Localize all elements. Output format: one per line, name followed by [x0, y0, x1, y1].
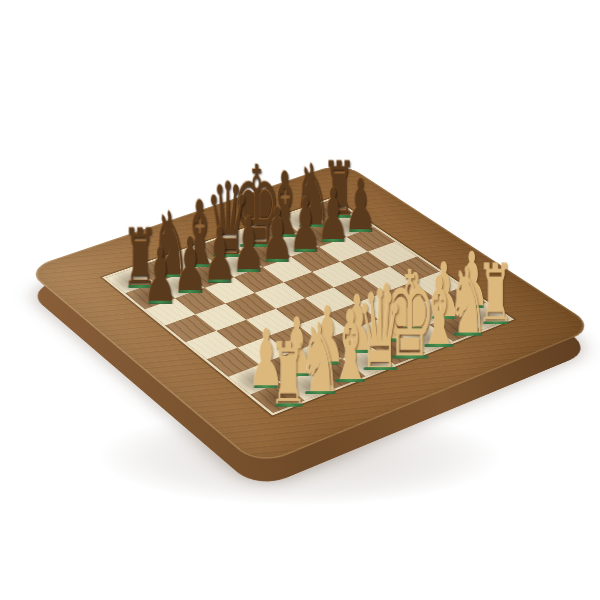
chess-set-photo: ♜♞♝♛♚♝♞♜♟♟♟♟♟♟♟♟♟♟♟♟♟♟♟♟♜♞♝♛♚♝♞♜: [0, 0, 600, 600]
white-rook-glyph: ♜: [270, 332, 308, 420]
playing-area: ♜♞♝♛♚♝♞♜♟♟♟♟♟♟♟♟♟♟♟♟♟♟♟♟♜♞♝♛♚♝♞♜: [106, 199, 510, 413]
black-pawn-glyph: ♟: [143, 237, 177, 315]
piece-black-pawn: ♟: [100, 225, 220, 303]
piece-white-rook: ♜: [224, 318, 353, 406]
square-a1[interactable]: ♜: [251, 382, 305, 412]
chess-board: ♜♞♝♛♚♝♞♜♟♟♟♟♟♟♟♟♟♟♟♟♟♟♟♟♜♞♝♛♚♝♞♜: [25, 162, 597, 466]
